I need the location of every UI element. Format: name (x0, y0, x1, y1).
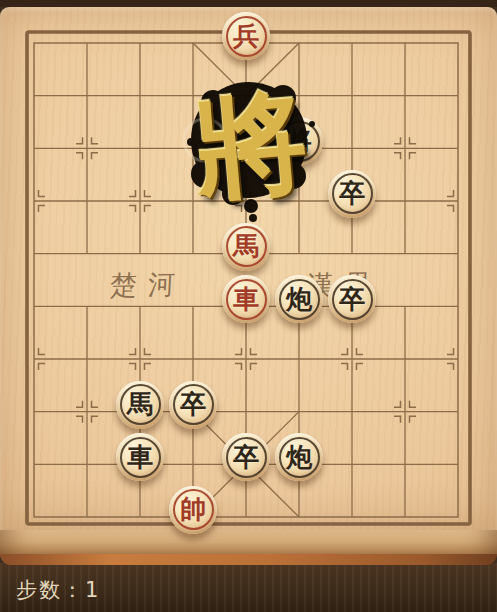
piece-black-soldier[interactable]: 卒 (169, 381, 217, 429)
piece-glyph: 卒 (339, 180, 365, 206)
piece-black-chariot[interactable]: 車 (116, 433, 164, 481)
piece-glyph: 車 (233, 286, 259, 312)
piece-glyph: 卒 (233, 444, 259, 470)
piece-black-general[interactable]: 將 (275, 117, 323, 165)
piece-red-soldier[interactable]: 兵 (222, 12, 270, 60)
piece-black-soldier[interactable]: 卒 (328, 170, 376, 218)
piece-black-soldier[interactable]: 卒 (222, 433, 270, 481)
piece-red-horse[interactable]: 馬 (222, 223, 270, 271)
xiangqi-app: 楚河 漢界 兵將卒馬車炮卒馬卒車卒炮帥 將 步数：1 (0, 0, 497, 612)
piece-black-soldier[interactable]: 卒 (328, 275, 376, 323)
piece-glyph: 兵 (233, 23, 259, 49)
piece-black-cannon[interactable]: 炮 (275, 275, 323, 323)
piece-glyph: 馬 (127, 391, 153, 417)
piece-glyph: 車 (127, 444, 153, 470)
piece-black-cannon[interactable]: 炮 (275, 433, 323, 481)
piece-glyph: 卒 (339, 286, 365, 312)
piece-glyph: 將 (286, 128, 312, 154)
piece-glyph: 帥 (180, 496, 206, 522)
piece-red-chariot[interactable]: 車 (222, 275, 270, 323)
piece-glyph: 炮 (286, 286, 312, 312)
piece-red-general[interactable]: 帥 (169, 486, 217, 534)
piece-glyph: 卒 (180, 391, 206, 417)
piece-black-horse[interactable]: 馬 (116, 381, 164, 429)
piece-glyph: 馬 (233, 233, 259, 259)
move-count-label: 步数：1 (16, 576, 100, 604)
pieces-layer: 兵將卒馬車炮卒馬卒車卒炮帥 (0, 0, 497, 612)
piece-glyph: 炮 (286, 444, 312, 470)
